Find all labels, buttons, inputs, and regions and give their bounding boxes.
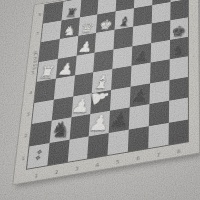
black-pawn[interactable]: ♟ <box>128 86 151 106</box>
file-label: 6 <box>128 153 149 162</box>
file-label: 5 <box>107 157 128 166</box>
file-label: 8 <box>169 146 189 155</box>
chessboard-photo: ♜♞♛♚♝♟♚♜♟♟♞♝♟♟♟♞♟♟❖ ❖ 12345678 87654321 … <box>0 0 200 200</box>
chess-board: ♜♞♛♚♝♟♚♜♟♟♞♝♟♟♟♞♟♟❖ ❖ 12345678 87654321 … <box>13 0 199 184</box>
corner-emblem-icon: ❖ ❖ <box>34 150 43 160</box>
square-b1[interactable] <box>47 139 69 165</box>
board-grid: ♜♞♛♚♝♟♚♜♟♟♞♝♟♟♟♞♟♟❖ ❖ <box>27 0 188 169</box>
file-label: 4 <box>87 160 108 169</box>
square-f1[interactable] <box>128 126 149 152</box>
file-label: 7 <box>148 150 168 159</box>
square-c1[interactable] <box>67 136 89 162</box>
square-e1[interactable] <box>108 129 129 155</box>
file-label: 2 <box>46 167 67 176</box>
square-a1[interactable]: ❖ ❖ <box>27 143 49 169</box>
photo-layer: ♜♞♛♚♝♟♚♜♟♟♞♝♟♟♟♞♟♟❖ ❖ 12345678 87654321 … <box>0 0 200 200</box>
square-d1[interactable] <box>87 133 108 159</box>
square-h1[interactable] <box>168 119 188 145</box>
file-label: 3 <box>67 164 88 173</box>
square-g1[interactable] <box>148 122 168 148</box>
file-label: 1 <box>26 171 47 180</box>
board-frame: ♜♞♛♚♝♟♚♜♟♟♞♝♟♟♟♞♟♟❖ ❖ 12345678 87654321 … <box>13 0 199 184</box>
